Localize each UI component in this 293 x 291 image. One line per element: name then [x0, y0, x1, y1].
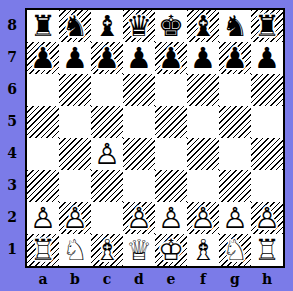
square-f5[interactable] [187, 106, 219, 138]
white-knight-fill: ♞ [219, 234, 251, 266]
square-c7[interactable]: ♟ [91, 42, 123, 74]
black-king: ♚ [155, 10, 187, 42]
white-pawn: ♙ [219, 202, 251, 234]
white-rook-fill: ♜ [27, 234, 59, 266]
black-rook: ♜ [27, 10, 59, 42]
white-rook: ♖ [251, 234, 283, 266]
white-pawn: ♙ [59, 202, 91, 234]
black-pawn: ♟ [251, 42, 283, 74]
square-e4[interactable] [155, 138, 187, 170]
square-g5[interactable] [219, 106, 251, 138]
rank-label-2: 2 [2, 202, 22, 234]
black-pawn: ♟ [27, 42, 59, 74]
square-f7[interactable]: ♟ [187, 42, 219, 74]
square-d7[interactable]: ♟ [123, 42, 155, 74]
square-a5[interactable] [27, 106, 59, 138]
square-a2[interactable]: ♟♙ [27, 202, 59, 234]
white-pawn: ♙ [251, 202, 283, 234]
square-a7[interactable]: ♟ [27, 42, 59, 74]
square-g8[interactable]: ♞ [219, 10, 251, 42]
square-c3[interactable] [91, 170, 123, 202]
white-knight: ♘ [59, 234, 91, 266]
black-pawn: ♟ [155, 42, 187, 74]
file-label-f: f [187, 271, 219, 287]
square-e5[interactable] [155, 106, 187, 138]
black-knight: ♞ [59, 10, 91, 42]
square-f2[interactable]: ♟♙ [187, 202, 219, 234]
white-pawn-fill: ♟ [155, 202, 187, 234]
square-b1[interactable]: ♞♘ [59, 234, 91, 266]
square-a1[interactable]: ♜♖ [27, 234, 59, 266]
black-pawn: ♟ [219, 42, 251, 74]
square-e2[interactable]: ♟♙ [155, 202, 187, 234]
white-bishop: ♗ [91, 234, 123, 266]
square-b5[interactable] [59, 106, 91, 138]
square-e8[interactable]: ♚ [155, 10, 187, 42]
file-label-d: d [123, 271, 155, 287]
square-h6[interactable] [251, 74, 283, 106]
white-pawn: ♙ [187, 202, 219, 234]
square-a4[interactable] [27, 138, 59, 170]
square-d6[interactable] [123, 74, 155, 106]
white-pawn-fill: ♟ [123, 202, 155, 234]
white-pawn-fill: ♟ [187, 202, 219, 234]
square-d2[interactable]: ♟♙ [123, 202, 155, 234]
square-h4[interactable] [251, 138, 283, 170]
white-pawn-fill: ♟ [59, 202, 91, 234]
square-d1[interactable]: ♛♕ [123, 234, 155, 266]
chess-board: ♜♞♝♛♚♝♞♜♟♟♟♟♟♟♟♟♟♙♟♙♟♙♟♙♟♙♟♙♟♙♟♙♜♖♞♘♝♗♛♕… [25, 8, 285, 268]
square-b7[interactable]: ♟ [59, 42, 91, 74]
white-bishop-fill: ♝ [187, 234, 219, 266]
chess-diagram: 87654321 ♜♞♝♛♚♝♞♜♟♟♟♟♟♟♟♟♟♙♟♙♟♙♟♙♟♙♟♙♟♙♟… [0, 0, 293, 291]
black-pawn: ♟ [91, 42, 123, 74]
white-pawn-fill: ♟ [27, 202, 59, 234]
square-f3[interactable] [187, 170, 219, 202]
square-e1[interactable]: ♚♔ [155, 234, 187, 266]
square-g6[interactable] [219, 74, 251, 106]
file-label-c: c [91, 271, 123, 287]
black-knight: ♞ [219, 10, 251, 42]
white-knight-fill: ♞ [59, 234, 91, 266]
square-h7[interactable]: ♟ [251, 42, 283, 74]
square-h2[interactable]: ♟♙ [251, 202, 283, 234]
square-b8[interactable]: ♞ [59, 10, 91, 42]
black-bishop: ♝ [187, 10, 219, 42]
square-a3[interactable] [27, 170, 59, 202]
square-h5[interactable] [251, 106, 283, 138]
rank-label-7: 7 [2, 42, 22, 74]
square-b3[interactable] [59, 170, 91, 202]
black-pawn: ♟ [59, 42, 91, 74]
white-pawn: ♙ [123, 202, 155, 234]
white-pawn-fill: ♟ [251, 202, 283, 234]
white-rook: ♖ [27, 234, 59, 266]
square-c8[interactable]: ♝ [91, 10, 123, 42]
square-b4[interactable] [59, 138, 91, 170]
square-g2[interactable]: ♟♙ [219, 202, 251, 234]
white-pawn: ♙ [27, 202, 59, 234]
square-a8[interactable]: ♜ [27, 10, 59, 42]
white-king: ♔ [155, 234, 187, 266]
rank-label-8: 8 [2, 10, 22, 42]
file-label-g: g [219, 271, 251, 287]
black-bishop: ♝ [91, 10, 123, 42]
square-g4[interactable] [219, 138, 251, 170]
file-label-b: b [59, 271, 91, 287]
rank-label-5: 5 [2, 106, 22, 138]
square-e3[interactable] [155, 170, 187, 202]
square-c2[interactable] [91, 202, 123, 234]
square-h1[interactable]: ♜♖ [251, 234, 283, 266]
square-h8[interactable]: ♜ [251, 10, 283, 42]
square-g7[interactable]: ♟ [219, 42, 251, 74]
white-bishop: ♗ [187, 234, 219, 266]
black-pawn: ♟ [187, 42, 219, 74]
white-pawn: ♙ [91, 138, 123, 170]
rank-labels: 87654321 [2, 10, 22, 266]
square-g3[interactable] [219, 170, 251, 202]
black-rook: ♜ [251, 10, 283, 42]
rank-label-6: 6 [2, 74, 22, 106]
white-pawn-fill: ♟ [219, 202, 251, 234]
file-label-e: e [155, 271, 187, 287]
white-king-fill: ♚ [155, 234, 187, 266]
black-pawn: ♟ [123, 42, 155, 74]
square-d4[interactable] [123, 138, 155, 170]
square-a6[interactable] [27, 74, 59, 106]
rank-label-1: 1 [2, 234, 22, 266]
square-d5[interactable] [123, 106, 155, 138]
white-queen-fill: ♛ [123, 234, 155, 266]
square-d3[interactable] [123, 170, 155, 202]
square-e7[interactable]: ♟ [155, 42, 187, 74]
white-pawn: ♙ [155, 202, 187, 234]
white-queen: ♕ [123, 234, 155, 266]
square-e6[interactable] [155, 74, 187, 106]
square-f1[interactable]: ♝♗ [187, 234, 219, 266]
square-b2[interactable]: ♟♙ [59, 202, 91, 234]
file-label-h: h [251, 271, 283, 287]
square-f8[interactable]: ♝ [187, 10, 219, 42]
file-labels: abcdefgh [27, 271, 283, 287]
white-pawn-fill: ♟ [91, 138, 123, 170]
rank-label-4: 4 [2, 138, 22, 170]
rank-label-3: 3 [2, 170, 22, 202]
square-h3[interactable] [251, 170, 283, 202]
square-f6[interactable] [187, 74, 219, 106]
white-rook-fill: ♜ [251, 234, 283, 266]
white-bishop-fill: ♝ [91, 234, 123, 266]
square-c1[interactable]: ♝♗ [91, 234, 123, 266]
white-knight: ♘ [219, 234, 251, 266]
square-g1[interactable]: ♞♘ [219, 234, 251, 266]
square-f4[interactable] [187, 138, 219, 170]
square-d8[interactable]: ♛ [123, 10, 155, 42]
square-b6[interactable] [59, 74, 91, 106]
square-c5[interactable] [91, 106, 123, 138]
square-c6[interactable] [91, 74, 123, 106]
file-label-a: a [27, 271, 59, 287]
square-c4[interactable]: ♟♙ [91, 138, 123, 170]
black-queen: ♛ [123, 10, 155, 42]
